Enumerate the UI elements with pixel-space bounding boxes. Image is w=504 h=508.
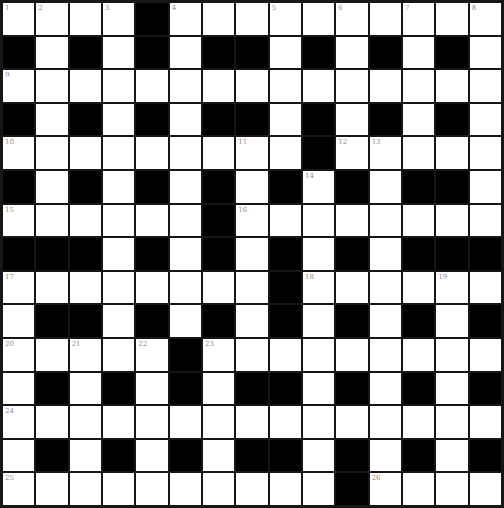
black-cell-r4-c9 [303, 137, 334, 169]
white-cell-r3-c12[interactable] [403, 104, 434, 136]
white-cell-r14-c2[interactable] [70, 473, 101, 505]
clue-number: 16 [238, 206, 247, 214]
black-cell-r3-c9 [303, 104, 334, 136]
clue-number: 26 [372, 474, 381, 482]
black-cell-r1-c11 [370, 37, 401, 69]
white-cell-r4-c10[interactable]: 12 [336, 137, 367, 169]
black-cell-r1-c4 [136, 37, 167, 69]
white-cell-r12-c11[interactable] [370, 406, 401, 438]
white-cell-r14-c3[interactable] [103, 473, 134, 505]
white-cell-r10-c7[interactable] [236, 339, 267, 371]
white-cell-r8-c4[interactable] [136, 272, 167, 304]
white-cell-r14-c5[interactable] [170, 473, 201, 505]
black-cell-r7-c6 [203, 238, 234, 270]
clue-number: 5 [272, 4, 276, 12]
black-cell-r5-c10 [336, 171, 367, 203]
white-cell-r14-c8[interactable] [270, 473, 301, 505]
black-cell-r7-c14 [470, 238, 501, 270]
white-cell-r6-c11[interactable] [370, 205, 401, 237]
white-cell-r13-c2[interactable] [70, 440, 101, 472]
white-cell-r7-c5[interactable] [170, 238, 201, 270]
white-cell-r12-c5[interactable] [170, 406, 201, 438]
white-cell-r14-c4[interactable] [136, 473, 167, 505]
white-cell-r4-c13[interactable] [436, 137, 467, 169]
black-cell-r13-c14 [470, 440, 501, 472]
black-cell-r7-c12 [403, 238, 434, 270]
white-cell-r13-c6[interactable] [203, 440, 234, 472]
white-cell-r1-c5[interactable] [170, 37, 201, 69]
white-cell-r0-c12[interactable]: 7 [403, 3, 434, 35]
white-cell-r11-c2[interactable] [70, 373, 101, 405]
white-cell-r8-c10[interactable] [336, 272, 367, 304]
white-cell-r8-c3[interactable] [103, 272, 134, 304]
black-cell-r10-c5 [170, 339, 201, 371]
black-cell-r9-c2 [70, 305, 101, 337]
white-cell-r6-c13[interactable] [436, 205, 467, 237]
black-cell-r7-c2 [70, 238, 101, 270]
white-cell-r4-c7[interactable]: 11 [236, 137, 267, 169]
white-cell-r4-c3[interactable] [103, 137, 134, 169]
black-cell-r1-c6 [203, 37, 234, 69]
white-cell-r12-c2[interactable] [70, 406, 101, 438]
clue-number: 20 [5, 340, 14, 348]
black-cell-r11-c7 [236, 373, 267, 405]
black-cell-r5-c8 [270, 171, 301, 203]
white-cell-r14-c7[interactable] [236, 473, 267, 505]
white-cell-r14-c13[interactable] [436, 473, 467, 505]
clue-number: 17 [5, 273, 14, 281]
white-cell-r0-c10[interactable]: 6 [336, 3, 367, 35]
black-cell-r7-c10 [336, 238, 367, 270]
white-cell-r14-c11[interactable]: 26 [370, 473, 401, 505]
white-cell-r2-c8[interactable] [270, 70, 301, 102]
white-cell-r12-c6[interactable] [203, 406, 234, 438]
white-cell-r8-c5[interactable] [170, 272, 201, 304]
white-cell-r9-c13[interactable] [436, 305, 467, 337]
white-cell-r8-c0[interactable]: 17 [3, 272, 34, 304]
white-cell-r0-c14[interactable]: 8 [470, 3, 501, 35]
clue-number: 19 [438, 273, 447, 281]
white-cell-r7-c11[interactable] [370, 238, 401, 270]
clue-number: 22 [138, 340, 147, 348]
white-cell-r0-c3[interactable]: 3 [103, 3, 134, 35]
white-cell-r7-c7[interactable] [236, 238, 267, 270]
black-cell-r9-c4 [136, 305, 167, 337]
white-cell-r9-c9[interactable] [303, 305, 334, 337]
black-cell-r13-c1 [36, 440, 67, 472]
black-cell-r11-c1 [36, 373, 67, 405]
black-cell-r5-c12 [403, 171, 434, 203]
white-cell-r0-c8[interactable]: 5 [270, 3, 301, 35]
white-cell-r13-c9[interactable] [303, 440, 334, 472]
clue-number: 3 [105, 4, 109, 12]
white-cell-r2-c10[interactable] [336, 70, 367, 102]
black-cell-r3-c7 [236, 104, 267, 136]
white-cell-r0-c2[interactable] [70, 3, 101, 35]
white-cell-r10-c10[interactable] [336, 339, 367, 371]
white-cell-r0-c9[interactable] [303, 3, 334, 35]
white-cell-r8-c6[interactable] [203, 272, 234, 304]
clue-number: 21 [72, 340, 81, 348]
white-cell-r4-c2[interactable] [70, 137, 101, 169]
white-cell-r4-c0[interactable]: 10 [3, 137, 34, 169]
white-cell-r12-c1[interactable] [36, 406, 67, 438]
white-cell-r2-c0[interactable]: 9 [3, 70, 34, 102]
white-cell-r0-c7[interactable] [236, 3, 267, 35]
white-cell-r2-c12[interactable] [403, 70, 434, 102]
white-cell-r3-c10[interactable] [336, 104, 367, 136]
white-cell-r10-c12[interactable] [403, 339, 434, 371]
white-cell-r14-c9[interactable] [303, 473, 334, 505]
clue-number: 10 [5, 138, 14, 146]
white-cell-r0-c11[interactable] [370, 3, 401, 35]
white-cell-r5-c7[interactable] [236, 171, 267, 203]
clue-number: 14 [305, 172, 314, 180]
black-cell-r9-c12 [403, 305, 434, 337]
clue-number: 1 [5, 4, 9, 12]
white-cell-r8-c14[interactable] [470, 272, 501, 304]
white-cell-r9-c3[interactable] [103, 305, 134, 337]
black-cell-r1-c7 [236, 37, 267, 69]
white-cell-r2-c11[interactable] [370, 70, 401, 102]
black-cell-r1-c9 [303, 37, 334, 69]
white-cell-r2-c6[interactable] [203, 70, 234, 102]
white-cell-r4-c1[interactable] [36, 137, 67, 169]
clue-number: 12 [338, 138, 347, 146]
white-cell-r6-c1[interactable] [36, 205, 67, 237]
white-cell-r9-c7[interactable] [236, 305, 267, 337]
white-cell-r5-c5[interactable] [170, 171, 201, 203]
white-cell-r12-c10[interactable] [336, 406, 367, 438]
white-cell-r5-c11[interactable] [370, 171, 401, 203]
white-cell-r5-c9[interactable]: 14 [303, 171, 334, 203]
white-cell-r12-c9[interactable] [303, 406, 334, 438]
black-cell-r13-c7 [236, 440, 267, 472]
white-cell-r0-c5[interactable]: 4 [170, 3, 201, 35]
white-cell-r8-c13[interactable]: 19 [436, 272, 467, 304]
black-cell-r9-c1 [36, 305, 67, 337]
black-cell-r13-c10 [336, 440, 367, 472]
black-cell-r1-c2 [70, 37, 101, 69]
black-cell-r11-c12 [403, 373, 434, 405]
white-cell-r2-c5[interactable] [170, 70, 201, 102]
black-cell-r3-c2 [70, 104, 101, 136]
white-cell-r2-c4[interactable] [136, 70, 167, 102]
clue-number: 8 [472, 4, 476, 12]
black-cell-r11-c10 [336, 373, 367, 405]
black-cell-r5-c2 [70, 171, 101, 203]
black-cell-r5-c0 [3, 171, 34, 203]
white-cell-r4-c12[interactable] [403, 137, 434, 169]
white-cell-r5-c3[interactable] [103, 171, 134, 203]
white-cell-r4-c11[interactable]: 13 [370, 137, 401, 169]
white-cell-r13-c0[interactable] [3, 440, 34, 472]
black-cell-r8-c8 [270, 272, 301, 304]
white-cell-r1-c8[interactable] [270, 37, 301, 69]
white-cell-r7-c9[interactable] [303, 238, 334, 270]
white-cell-r14-c6[interactable] [203, 473, 234, 505]
clue-number: 6 [338, 4, 342, 12]
white-cell-r2-c14[interactable] [470, 70, 501, 102]
white-cell-r10-c9[interactable] [303, 339, 334, 371]
black-cell-r1-c13 [436, 37, 467, 69]
white-cell-r6-c2[interactable] [70, 205, 101, 237]
white-cell-r6-c14[interactable] [470, 205, 501, 237]
white-cell-r3-c1[interactable] [36, 104, 67, 136]
white-cell-r8-c2[interactable] [70, 272, 101, 304]
white-cell-r9-c5[interactable] [170, 305, 201, 337]
white-cell-r8-c1[interactable] [36, 272, 67, 304]
white-cell-r12-c12[interactable] [403, 406, 434, 438]
white-cell-r10-c2[interactable]: 21 [70, 339, 101, 371]
black-cell-r5-c13 [436, 171, 467, 203]
white-cell-r6-c0[interactable]: 15 [3, 205, 34, 237]
black-cell-r11-c3 [103, 373, 134, 405]
white-cell-r4-c5[interactable] [170, 137, 201, 169]
black-cell-r7-c4 [136, 238, 167, 270]
white-cell-r1-c12[interactable] [403, 37, 434, 69]
white-cell-r6-c4[interactable] [136, 205, 167, 237]
black-cell-r9-c6 [203, 305, 234, 337]
black-cell-r1-c0 [3, 37, 34, 69]
clue-number: 18 [305, 273, 314, 281]
white-cell-r2-c9[interactable] [303, 70, 334, 102]
white-cell-r11-c4[interactable] [136, 373, 167, 405]
white-cell-r6-c8[interactable] [270, 205, 301, 237]
white-cell-r12-c0[interactable]: 24 [3, 406, 34, 438]
white-cell-r6-c12[interactable] [403, 205, 434, 237]
black-cell-r9-c14 [470, 305, 501, 337]
white-cell-r3-c8[interactable] [270, 104, 301, 136]
white-cell-r2-c2[interactable] [70, 70, 101, 102]
black-cell-r7-c13 [436, 238, 467, 270]
white-cell-r10-c3[interactable] [103, 339, 134, 371]
black-cell-r11-c5 [170, 373, 201, 405]
white-cell-r10-c11[interactable] [370, 339, 401, 371]
white-cell-r8-c12[interactable] [403, 272, 434, 304]
white-cell-r12-c7[interactable] [236, 406, 267, 438]
black-cell-r7-c0 [3, 238, 34, 270]
black-cell-r13-c5 [170, 440, 201, 472]
white-cell-r5-c1[interactable] [36, 171, 67, 203]
white-cell-r12-c8[interactable] [270, 406, 301, 438]
white-cell-r12-c13[interactable] [436, 406, 467, 438]
white-cell-r2-c7[interactable] [236, 70, 267, 102]
clue-number: 4 [172, 4, 176, 12]
white-cell-r7-c3[interactable] [103, 238, 134, 270]
white-cell-r3-c5[interactable] [170, 104, 201, 136]
white-cell-r11-c0[interactable] [3, 373, 34, 405]
black-cell-r13-c3 [103, 440, 134, 472]
black-cell-r3-c11 [370, 104, 401, 136]
white-cell-r13-c4[interactable] [136, 440, 167, 472]
white-cell-r12-c4[interactable] [136, 406, 167, 438]
black-cell-r7-c8 [270, 238, 301, 270]
white-cell-r10-c8[interactable] [270, 339, 301, 371]
black-cell-r3-c4 [136, 104, 167, 136]
black-cell-r0-c4 [136, 3, 167, 35]
white-cell-r1-c3[interactable] [103, 37, 134, 69]
white-cell-r0-c0[interactable]: 1 [3, 3, 34, 35]
white-cell-r12-c3[interactable] [103, 406, 134, 438]
white-cell-r1-c10[interactable] [336, 37, 367, 69]
white-cell-r11-c9[interactable] [303, 373, 334, 405]
black-cell-r3-c6 [203, 104, 234, 136]
black-cell-r5-c4 [136, 171, 167, 203]
white-cell-r1-c14[interactable] [470, 37, 501, 69]
white-cell-r8-c11[interactable] [370, 272, 401, 304]
clue-number: 25 [5, 474, 14, 482]
black-cell-r9-c10 [336, 305, 367, 337]
white-cell-r0-c13[interactable] [436, 3, 467, 35]
white-cell-r0-c6[interactable] [203, 3, 234, 35]
white-cell-r11-c11[interactable] [370, 373, 401, 405]
white-cell-r6-c7[interactable]: 16 [236, 205, 267, 237]
white-cell-r6-c3[interactable] [103, 205, 134, 237]
white-cell-r11-c13[interactable] [436, 373, 467, 405]
black-cell-r13-c12 [403, 440, 434, 472]
black-cell-r7-c1 [36, 238, 67, 270]
white-cell-r4-c14[interactable] [470, 137, 501, 169]
white-cell-r4-c8[interactable] [270, 137, 301, 169]
white-cell-r10-c1[interactable] [36, 339, 67, 371]
black-cell-r5-c6 [203, 171, 234, 203]
white-cell-r9-c11[interactable] [370, 305, 401, 337]
white-cell-r2-c3[interactable] [103, 70, 134, 102]
clue-number: 9 [5, 71, 9, 79]
white-cell-r10-c0[interactable]: 20 [3, 339, 34, 371]
white-cell-r9-c0[interactable] [3, 305, 34, 337]
black-cell-r11-c14 [470, 373, 501, 405]
white-cell-r10-c13[interactable] [436, 339, 467, 371]
white-cell-r10-c6[interactable]: 23 [203, 339, 234, 371]
white-cell-r3-c3[interactable] [103, 104, 134, 136]
white-cell-r6-c10[interactable] [336, 205, 367, 237]
black-cell-r13-c8 [270, 440, 301, 472]
white-cell-r14-c1[interactable] [36, 473, 67, 505]
clue-number: 2 [38, 4, 42, 12]
clue-number: 23 [205, 340, 214, 348]
black-cell-r9-c8 [270, 305, 301, 337]
white-cell-r8-c9[interactable]: 18 [303, 272, 334, 304]
white-cell-r2-c1[interactable] [36, 70, 67, 102]
black-cell-r11-c8 [270, 373, 301, 405]
crossword-board: 1234567891011121314151617181920212223242… [0, 0, 504, 508]
white-cell-r10-c14[interactable] [470, 339, 501, 371]
white-cell-r6-c5[interactable] [170, 205, 201, 237]
black-cell-r3-c13 [436, 104, 467, 136]
black-cell-r6-c6 [203, 205, 234, 237]
white-cell-r14-c0[interactable]: 25 [3, 473, 34, 505]
white-cell-r10-c4[interactable]: 22 [136, 339, 167, 371]
white-cell-r5-c14[interactable] [470, 171, 501, 203]
white-cell-r4-c4[interactable] [136, 137, 167, 169]
white-cell-r14-c12[interactable] [403, 473, 434, 505]
clue-number: 24 [5, 407, 14, 415]
black-cell-r3-c0 [3, 104, 34, 136]
white-cell-r11-c6[interactable] [203, 373, 234, 405]
white-cell-r1-c1[interactable] [36, 37, 67, 69]
white-cell-r12-c14[interactable] [470, 406, 501, 438]
black-cell-r14-c10 [336, 473, 367, 505]
white-cell-r13-c11[interactable] [370, 440, 401, 472]
clue-number: 15 [5, 206, 14, 214]
clue-number: 7 [405, 4, 409, 12]
white-cell-r8-c7[interactable] [236, 272, 267, 304]
white-cell-r4-c6[interactable] [203, 137, 234, 169]
white-cell-r13-c13[interactable] [436, 440, 467, 472]
clue-number: 13 [372, 138, 381, 146]
white-cell-r3-c14[interactable] [470, 104, 501, 136]
clue-number: 11 [238, 138, 247, 146]
white-cell-r0-c1[interactable]: 2 [36, 3, 67, 35]
white-cell-r2-c13[interactable] [436, 70, 467, 102]
white-cell-r14-c14[interactable] [470, 473, 501, 505]
white-cell-r6-c9[interactable] [303, 205, 334, 237]
